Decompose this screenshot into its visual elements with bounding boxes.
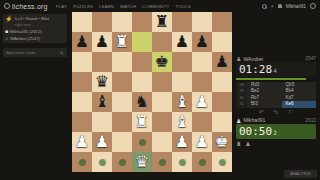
square-g8[interactable] (192, 12, 212, 32)
square-b7[interactable]: ♟ (92, 32, 112, 52)
square-d2[interactable] (132, 132, 152, 152)
move-hint-dot-g1[interactable] (199, 159, 206, 166)
piece-wp-b2[interactable]: ♟ (92, 132, 112, 152)
square-b6[interactable] (92, 52, 112, 72)
square-f6[interactable] (172, 52, 192, 72)
square-a4[interactable] (72, 92, 92, 112)
square-a8[interactable] (72, 12, 92, 32)
white-player-line[interactable]: ■ Mikhail91 (2612) (5, 29, 65, 34)
notes-pencil-icon[interactable]: ✎ (60, 50, 64, 56)
square-b1[interactable] (92, 152, 112, 172)
square-e8[interactable]: ♜ (152, 12, 172, 32)
square-a6[interactable] (72, 52, 92, 72)
move-number: 31 (236, 101, 247, 108)
white-clock-tenths: 2 (273, 129, 277, 136)
top-nav: lichess.org PLAYPUZZLESLEARNWATCHCOMMUNI… (0, 0, 320, 12)
square-d4[interactable]: ♞ (132, 92, 152, 112)
lichess-logo-icon (4, 3, 10, 9)
game-meta-box: ⚡ 5+3 • Rated • Blitz right now ■ Mikhai… (3, 14, 67, 43)
square-b2[interactable]: ♟ (92, 132, 112, 152)
square-e2[interactable] (152, 132, 172, 152)
black-name: WAndrei (243, 56, 263, 62)
black-clock-time: 01:28 (239, 62, 272, 77)
square-g2[interactable]: ♟ (192, 132, 212, 152)
nav-item-play[interactable]: PLAY (56, 4, 67, 9)
notifications-icon[interactable] (278, 4, 282, 8)
analysis-board-button[interactable]: ANALYSIS (284, 170, 317, 178)
square-a3[interactable] (72, 112, 92, 132)
move-hint-dot-b1[interactable] (99, 159, 106, 166)
white-player-name: Mikhail91 (2612) (10, 29, 42, 34)
square-a2[interactable]: ♟ (72, 132, 92, 152)
square-h1[interactable] (212, 152, 232, 172)
piece-bb-b4[interactable]: ♝ (92, 92, 112, 112)
logo-text: lichess.org (12, 3, 48, 10)
square-e3[interactable] (152, 112, 172, 132)
square-b8[interactable] (92, 12, 112, 32)
piece-wk-h2[interactable]: ♚ (212, 132, 232, 152)
square-c1[interactable] (112, 152, 132, 172)
square-f1[interactable] (172, 152, 192, 172)
black-player-name: WAndrei (2547) (10, 36, 40, 41)
game-meta-line2: right now (15, 22, 50, 27)
square-g5[interactable] (192, 72, 212, 92)
piece-wr-c7[interactable]: ♜ (112, 32, 132, 52)
blitz-icon: ⚡ (5, 16, 13, 22)
square-h6[interactable]: ♟ (212, 52, 232, 72)
piece-bk-e6[interactable]: ♚ (152, 52, 172, 72)
square-d7[interactable] (132, 32, 152, 52)
white-name-row[interactable]: ♟ Mikhail91 2612 (236, 117, 316, 124)
move-hint-dot-e1[interactable] (159, 159, 166, 166)
nav-item-puzzles[interactable]: PUZZLES (73, 4, 93, 9)
black-clock-tenths: 4 (273, 67, 277, 74)
black-name-row[interactable]: ♟ WAndrei 2547 (236, 55, 316, 62)
square-d5[interactable] (132, 72, 152, 92)
square-d8[interactable] (132, 12, 152, 32)
white-rating: 2612 (305, 118, 316, 123)
square-c6[interactable] (112, 52, 132, 72)
square-b4[interactable]: ♝ (92, 92, 112, 112)
piece-bp-h6[interactable]: ♟ (212, 52, 232, 72)
black-color-icon: ■ (5, 36, 8, 41)
square-d3[interactable]: ♜ (132, 112, 152, 132)
square-b5[interactable]: ♛ (92, 72, 112, 92)
chat-room-bar[interactable]: Spectator room ✎ (3, 48, 67, 57)
square-a1[interactable] (72, 152, 92, 172)
square-c4[interactable] (112, 92, 132, 112)
nav-item-tools[interactable]: TOOLS (176, 4, 191, 9)
move-hint-dot-c1[interactable] (119, 159, 126, 166)
square-f7[interactable]: ♟ (172, 32, 192, 52)
chat-room-label: Spectator room (6, 50, 35, 55)
game-controls: ↶½⚐ (236, 108, 316, 117)
move-hint-dot-a1[interactable] (79, 159, 86, 166)
square-f8[interactable] (172, 12, 192, 32)
square-d6[interactable] (132, 52, 152, 72)
piece-bp-a7[interactable]: ♟ (72, 32, 92, 52)
black-time-bar (236, 78, 306, 80)
challenge-icon[interactable]: × (271, 4, 274, 9)
white-clock: 00:50 2 (236, 124, 316, 139)
move-hint-dot-h1[interactable] (219, 159, 226, 166)
avatar[interactable] (310, 3, 316, 9)
move-hint-dot-f1[interactable] (179, 159, 186, 166)
square-g1[interactable] (192, 152, 212, 172)
square-a7[interactable]: ♟ (72, 32, 92, 52)
piece-wp-g2[interactable]: ♟ (192, 132, 212, 152)
nav-username[interactable]: Mikhail91 (286, 4, 306, 9)
square-g6[interactable] (192, 52, 212, 72)
square-e4[interactable] (152, 92, 172, 112)
piece-wp-g4[interactable]: ♟ (192, 92, 212, 112)
captured-pieces: ♜ ♟ (236, 140, 316, 147)
black-rating: 2547 (305, 56, 316, 61)
piece-wq-d1[interactable]: ♛ (132, 152, 152, 172)
black-pawn-icon: ♟ (236, 55, 241, 62)
square-c7[interactable]: ♜ (112, 32, 132, 52)
move-list[interactable]: 28Rd3Qb529Be2Bb430Rc7Kd731Bf3Ke6 (236, 82, 316, 108)
piece-br-e8[interactable]: ♜ (152, 12, 172, 32)
square-f2[interactable]: ♟ (172, 132, 192, 152)
nav-item-community[interactable]: COMMUNITY (142, 4, 170, 9)
square-f3[interactable]: ♝ (172, 112, 192, 132)
square-c3[interactable] (112, 112, 132, 132)
square-b3[interactable] (92, 112, 112, 132)
square-h3[interactable] (212, 112, 232, 132)
piece-bp-b7[interactable]: ♟ (92, 32, 112, 52)
piece-bp-f7[interactable]: ♟ (172, 32, 192, 52)
piece-wp-a2[interactable]: ♟ (72, 132, 92, 152)
square-f4[interactable]: ♝ (172, 92, 192, 112)
piece-wp-f2[interactable]: ♟ (172, 132, 192, 152)
piece-wb-f4[interactable]: ♝ (172, 92, 192, 112)
nav-menu: PLAYPUZZLESLEARNWATCHCOMMUNITYTOOLS (56, 4, 191, 9)
square-h2[interactable]: ♚ (212, 132, 232, 152)
white-pawn-icon: ♟ (236, 117, 241, 124)
square-e1[interactable] (152, 152, 172, 172)
takeback-icon[interactable]: ↶ (259, 108, 264, 117)
square-c2[interactable] (112, 132, 132, 152)
nav-item-watch[interactable]: WATCH (120, 4, 136, 9)
square-d1[interactable]: ♛ (132, 152, 152, 172)
square-h5[interactable] (212, 72, 232, 92)
square-c8[interactable] (112, 12, 132, 32)
white-color-icon: ■ (5, 29, 8, 34)
draw-offer-icon[interactable]: ½ (274, 108, 279, 117)
white-clock-time: 00:50 (239, 124, 272, 139)
square-e5[interactable] (152, 72, 172, 92)
square-g3[interactable] (192, 112, 212, 132)
piece-bq-b5[interactable]: ♛ (92, 72, 112, 92)
move-black[interactable]: Ke6 (282, 101, 317, 108)
search-icon[interactable] (262, 4, 267, 9)
square-f5[interactable] (172, 72, 192, 92)
chess-board[interactable]: ♜♟♟♜♟♟♚♟♛♝♞♝♟♜♝♟♟♟♟♚♛ (72, 12, 232, 172)
piece-bn-d4[interactable]: ♞ (132, 92, 152, 112)
game-meta-line1: 5+3 • Rated • Blitz (15, 16, 50, 21)
white-name: Mikhail91 (243, 117, 265, 123)
nav-item-learn[interactable]: LEARN (99, 4, 114, 9)
square-a5[interactable] (72, 72, 92, 92)
piece-wr-d3[interactable]: ♜ (132, 112, 152, 132)
piece-bp-g7[interactable]: ♟ (192, 32, 212, 52)
square-e6[interactable]: ♚ (152, 52, 172, 72)
square-c5[interactable] (112, 72, 132, 92)
black-clock: 01:28 4 (236, 62, 316, 77)
square-h4[interactable] (212, 92, 232, 112)
resign-flag-icon[interactable]: ⚐ (288, 108, 293, 117)
square-h7[interactable] (212, 32, 232, 52)
black-player-line[interactable]: ■ WAndrei (2547) (5, 36, 65, 41)
square-e7[interactable] (152, 32, 172, 52)
move-hint-dot-d2[interactable] (139, 139, 146, 146)
lichess-logo[interactable]: lichess.org (4, 3, 48, 10)
piece-wb-f3[interactable]: ♝ (172, 112, 192, 132)
square-g7[interactable]: ♟ (192, 32, 212, 52)
square-g4[interactable]: ♟ (192, 92, 212, 112)
square-h8[interactable] (212, 12, 232, 32)
